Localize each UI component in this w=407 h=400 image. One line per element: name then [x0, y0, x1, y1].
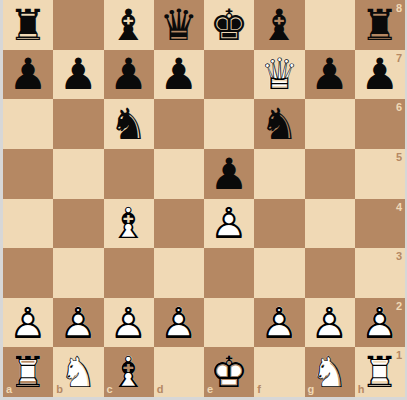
- rank-label-4: 4: [396, 202, 402, 213]
- square-e8[interactable]: ♚: [204, 0, 254, 50]
- square-a4[interactable]: [3, 199, 53, 249]
- square-c8[interactable]: ♝: [104, 0, 154, 50]
- black-pawn[interactable]: ♟: [53, 50, 103, 100]
- black-pawn[interactable]: ♟: [104, 50, 154, 100]
- square-h6[interactable]: 6: [355, 99, 405, 149]
- square-g5[interactable]: [305, 149, 355, 199]
- square-c2[interactable]: ♟♙: [104, 298, 154, 348]
- square-b2[interactable]: ♟♙: [53, 298, 103, 348]
- square-c5[interactable]: [104, 149, 154, 199]
- square-a1[interactable]: ♜♖a: [3, 347, 53, 397]
- square-g2[interactable]: ♟♙: [305, 298, 355, 348]
- black-rook[interactable]: ♜: [3, 0, 53, 50]
- square-g1[interactable]: ♞♘g: [305, 347, 355, 397]
- white-pawn[interactable]: ♟♙: [204, 199, 254, 249]
- square-f8[interactable]: ♝: [254, 0, 304, 50]
- rank-label-3: 3: [396, 251, 402, 262]
- black-pawn[interactable]: ♟: [154, 50, 204, 100]
- black-bishop[interactable]: ♝: [104, 0, 154, 50]
- square-b8[interactable]: [53, 0, 103, 50]
- square-d6[interactable]: [154, 99, 204, 149]
- white-bishop[interactable]: ♝♗: [104, 347, 154, 397]
- square-c3[interactable]: [104, 248, 154, 298]
- square-e5[interactable]: ♟: [204, 149, 254, 199]
- square-g6[interactable]: [305, 99, 355, 149]
- square-e3[interactable]: [204, 248, 254, 298]
- black-bishop[interactable]: ♝: [254, 0, 304, 50]
- square-g7[interactable]: ♟: [305, 50, 355, 100]
- square-c1[interactable]: ♝♗c: [104, 347, 154, 397]
- white-king[interactable]: ♚♔: [204, 347, 254, 397]
- square-g8[interactable]: [305, 0, 355, 50]
- square-f6[interactable]: ♞: [254, 99, 304, 149]
- square-d8[interactable]: ♛: [154, 0, 204, 50]
- white-knight[interactable]: ♞♘: [53, 347, 103, 397]
- square-a6[interactable]: [3, 99, 53, 149]
- square-d5[interactable]: [154, 149, 204, 199]
- black-pawn[interactable]: ♟: [3, 50, 53, 100]
- white-queen[interactable]: ♛♕: [254, 50, 304, 100]
- square-h4[interactable]: 4: [355, 199, 405, 249]
- square-h8[interactable]: ♜8: [355, 0, 405, 50]
- square-a3[interactable]: [3, 248, 53, 298]
- square-h2[interactable]: ♟♙2: [355, 298, 405, 348]
- white-pawn[interactable]: ♟♙: [305, 298, 355, 348]
- square-d4[interactable]: [154, 199, 204, 249]
- black-queen[interactable]: ♛: [154, 0, 204, 50]
- square-g3[interactable]: [305, 248, 355, 298]
- white-pawn[interactable]: ♟♙: [104, 298, 154, 348]
- square-d3[interactable]: [154, 248, 204, 298]
- square-b7[interactable]: ♟: [53, 50, 103, 100]
- square-b4[interactable]: [53, 199, 103, 249]
- square-f4[interactable]: [254, 199, 304, 249]
- black-king[interactable]: ♚: [204, 0, 254, 50]
- black-pawn[interactable]: ♟: [204, 149, 254, 199]
- square-b1[interactable]: ♞♘b: [53, 347, 103, 397]
- white-bishop[interactable]: ♝♗: [104, 199, 154, 249]
- square-a7[interactable]: ♟: [3, 50, 53, 100]
- square-b6[interactable]: [53, 99, 103, 149]
- black-pawn[interactable]: ♟: [355, 50, 405, 100]
- square-f2[interactable]: ♟♙: [254, 298, 304, 348]
- square-e7[interactable]: [204, 50, 254, 100]
- square-c4[interactable]: ♝♗: [104, 199, 154, 249]
- square-h7[interactable]: ♟7: [355, 50, 405, 100]
- file-label-f: f: [257, 384, 261, 395]
- square-a5[interactable]: [3, 149, 53, 199]
- white-pawn[interactable]: ♟♙: [154, 298, 204, 348]
- square-e1[interactable]: ♚♔e: [204, 347, 254, 397]
- black-knight[interactable]: ♞: [104, 99, 154, 149]
- white-rook[interactable]: ♜♖: [355, 347, 405, 397]
- square-d2[interactable]: ♟♙: [154, 298, 204, 348]
- white-rook[interactable]: ♜♖: [3, 347, 53, 397]
- square-f3[interactable]: [254, 248, 304, 298]
- chess-board: ♜♝♛♚♝♜8♟♟♟♟♛♕♟♟7♞♞6♟5♝♗♟♙43♟♙♟♙♟♙♟♙♟♙♟♙♟…: [3, 0, 405, 397]
- square-a8[interactable]: ♜: [3, 0, 53, 50]
- square-b3[interactable]: [53, 248, 103, 298]
- black-rook[interactable]: ♜: [355, 0, 405, 50]
- white-pawn[interactable]: ♟♙: [3, 298, 53, 348]
- square-h5[interactable]: 5: [355, 149, 405, 199]
- black-pawn[interactable]: ♟: [305, 50, 355, 100]
- square-e6[interactable]: [204, 99, 254, 149]
- file-label-d: d: [157, 384, 164, 395]
- square-c7[interactable]: ♟: [104, 50, 154, 100]
- square-a2[interactable]: ♟♙: [3, 298, 53, 348]
- white-pawn[interactable]: ♟♙: [355, 298, 405, 348]
- square-f1[interactable]: f: [254, 347, 304, 397]
- square-f5[interactable]: [254, 149, 304, 199]
- rank-label-6: 6: [396, 102, 402, 113]
- square-c6[interactable]: ♞: [104, 99, 154, 149]
- square-f7[interactable]: ♛♕: [254, 50, 304, 100]
- square-h1[interactable]: ♜♖1h: [355, 347, 405, 397]
- square-e2[interactable]: [204, 298, 254, 348]
- white-pawn[interactable]: ♟♙: [53, 298, 103, 348]
- square-d7[interactable]: ♟: [154, 50, 204, 100]
- square-d1[interactable]: d: [154, 347, 204, 397]
- white-pawn[interactable]: ♟♙: [254, 298, 304, 348]
- square-h3[interactable]: 3: [355, 248, 405, 298]
- square-b5[interactable]: [53, 149, 103, 199]
- chess-board-frame: ♜♝♛♚♝♜8♟♟♟♟♛♕♟♟7♞♞6♟5♝♗♟♙43♟♙♟♙♟♙♟♙♟♙♟♙♟…: [0, 0, 407, 400]
- rank-label-5: 5: [396, 152, 402, 163]
- square-e4[interactable]: ♟♙: [204, 199, 254, 249]
- black-knight[interactable]: ♞: [254, 99, 304, 149]
- white-knight[interactable]: ♞♘: [305, 347, 355, 397]
- square-g4[interactable]: [305, 199, 355, 249]
